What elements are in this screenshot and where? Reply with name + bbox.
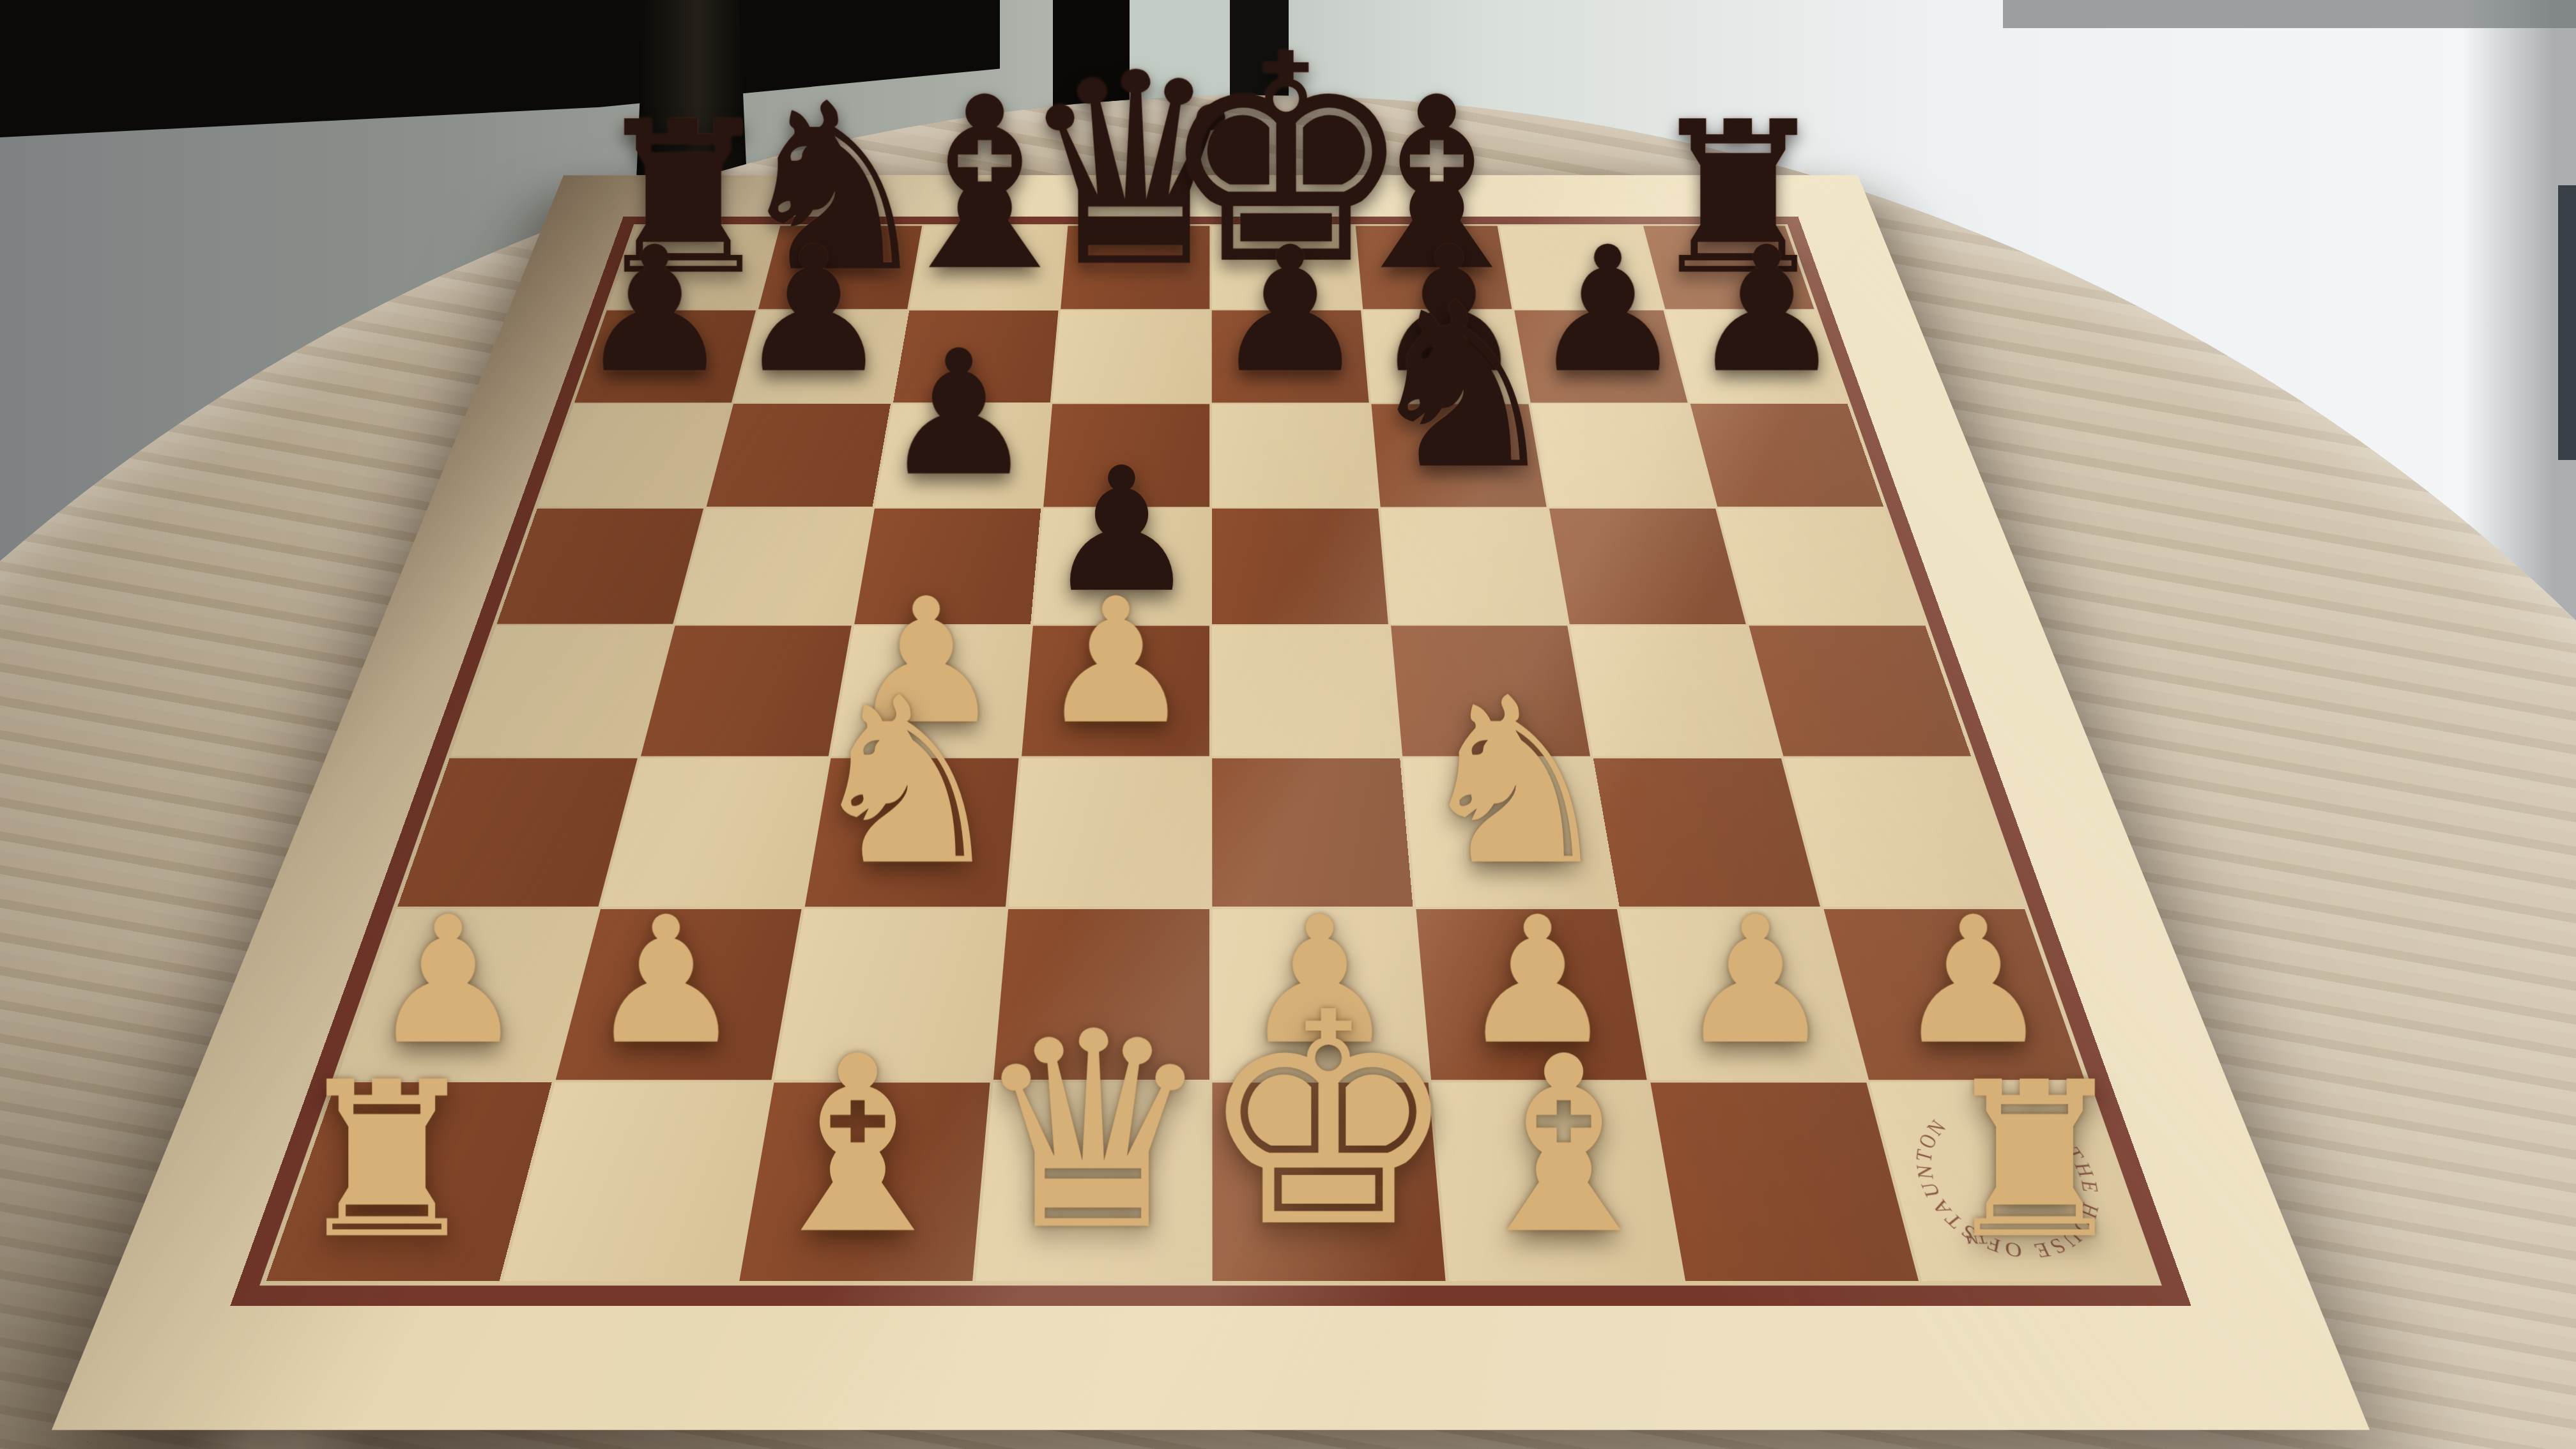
square-f1[interactable]: ♝ [1431, 1082, 1682, 1280]
black-pawn[interactable]: ♟ [1213, 224, 1368, 397]
square-c6[interactable]: ♟ [875, 404, 1050, 507]
white-pawn[interactable]: ♟ [1038, 575, 1193, 747]
white-rook[interactable]: ♜ [291, 1054, 483, 1268]
board-grid: ♜♞♝♛♚♝♜♟♟♟♟♟♟♟♞♟♟♟♞♞♟♟♟♟♟♟♜♝♛♚♝THE HOUSE… [266, 226, 2156, 1281]
square-g5[interactable] [1549, 509, 1746, 624]
black-pawn[interactable]: ♟ [1689, 224, 1844, 397]
square-h5[interactable] [1718, 509, 1925, 624]
square-a7[interactable]: ♟ [574, 310, 756, 402]
square-h7[interactable]: ♟ [1666, 310, 1847, 402]
white-knight[interactable]: ♞ [1412, 668, 1618, 897]
square-c1[interactable]: ♝ [739, 1082, 990, 1280]
square-f5[interactable] [1381, 509, 1567, 624]
square-a1[interactable]: ♜ [266, 1082, 552, 1280]
square-b5[interactable] [675, 509, 872, 624]
square-b6[interactable] [707, 404, 891, 507]
chess-board-tilt: ♜♞♝♛♚♝♜♟♟♟♟♟♟♟♞♟♟♟♞♞♟♟♟♟♟♟♜♝♛♚♝THE HOUSE… [52, 175, 2370, 1430]
black-knight[interactable]: ♞ [1361, 273, 1565, 500]
square-a5[interactable] [496, 509, 703, 624]
square-e6[interactable] [1212, 404, 1378, 507]
square-d7[interactable] [1052, 310, 1209, 402]
black-pawn[interactable]: ♟ [881, 328, 1036, 500]
square-f6[interactable]: ♞ [1371, 404, 1546, 507]
chess-board-perspective: ♜♞♝♛♚♝♜♟♟♟♟♟♟♟♞♟♟♟♞♞♟♟♟♟♟♟♜♝♛♚♝THE HOUSE… [380, 0, 2041, 1449]
square-d1[interactable]: ♛ [976, 1082, 1209, 1280]
playing-area: ♜♞♝♛♚♝♜♟♟♟♟♟♟♟♞♟♟♟♞♞♟♟♟♟♟♟♜♝♛♚♝THE HOUSE… [230, 217, 2191, 1306]
square-h6[interactable] [1690, 404, 1884, 507]
white-rook[interactable]: ♜ [1938, 1054, 2131, 1268]
photo-scene: ♜♞♝♛♚♝♜♟♟♟♟♟♟♟♞♟♟♟♞♞♟♟♟♟♟♟♜♝♛♚♝THE HOUSE… [0, 0, 2576, 1449]
white-queen[interactable]: ♛ [971, 997, 1215, 1268]
door-frame-edge [2558, 185, 2576, 460]
white-bishop[interactable]: ♝ [749, 1025, 967, 1268]
square-d3[interactable] [1009, 758, 1209, 907]
square-a6[interactable] [538, 404, 732, 507]
black-pawn[interactable]: ♟ [736, 224, 891, 397]
square-h4[interactable] [1749, 625, 1971, 756]
white-pawn[interactable]: ♟ [1677, 894, 1834, 1069]
square-h1[interactable]: THE HOUSE OF STAUNTON™♜ [1869, 1082, 2155, 1280]
square-e7[interactable]: ♟ [1212, 310, 1369, 402]
white-bishop[interactable]: ♝ [1455, 1025, 1673, 1268]
chess-board: ♜♞♝♛♚♝♜♟♟♟♟♟♟♟♞♟♟♟♞♞♟♟♟♟♟♟♜♝♛♚♝THE HOUSE… [52, 175, 2370, 1430]
square-e4[interactable] [1212, 625, 1400, 756]
black-pawn[interactable]: ♟ [577, 224, 732, 397]
white-king[interactable]: ♚ [1197, 975, 1460, 1268]
square-d4[interactable]: ♟ [1022, 625, 1209, 756]
white-pawn[interactable]: ♟ [587, 894, 744, 1069]
white-knight[interactable]: ♞ [804, 668, 1009, 897]
square-e1[interactable]: ♚ [1212, 1082, 1445, 1280]
square-a4[interactable] [450, 625, 673, 756]
square-c3[interactable]: ♞ [805, 758, 1019, 907]
square-e5[interactable] [1212, 509, 1388, 624]
